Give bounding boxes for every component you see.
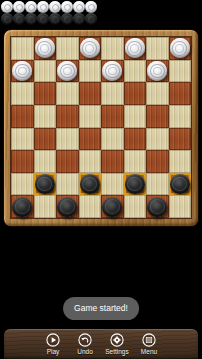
square-r8c3[interactable] [56, 195, 79, 218]
square-r1c3[interactable] [56, 37, 79, 60]
square-r5c3[interactable] [56, 128, 79, 151]
square-r2c8[interactable] [169, 60, 192, 83]
square-r2c7[interactable] [146, 60, 169, 83]
black-piece[interactable] [170, 174, 190, 194]
square-r1c7[interactable] [146, 37, 169, 60]
square-r2c4[interactable] [79, 60, 102, 83]
square-r1c4[interactable] [79, 37, 102, 60]
play-button[interactable]: Play [38, 333, 69, 356]
tray-black-piece [1, 13, 13, 25]
square-r5c6[interactable] [124, 128, 147, 151]
undo-button[interactable]: Undo [70, 333, 101, 356]
square-r5c2[interactable] [34, 128, 57, 151]
toolbar-button-label: Undo [77, 348, 93, 356]
tray-black-piece [13, 13, 25, 25]
square-r3c8[interactable] [169, 82, 192, 105]
white-piece[interactable] [80, 38, 100, 58]
toolbar-button-label: Menu [141, 348, 157, 356]
black-piece[interactable] [80, 174, 100, 194]
square-r4c1[interactable] [11, 105, 34, 128]
tray-white-piece [37, 1, 49, 13]
black-piece[interactable] [147, 197, 167, 217]
tray-black-piece [73, 13, 85, 25]
square-r5c1[interactable] [11, 128, 34, 151]
white-piece[interactable] [102, 61, 122, 81]
tray-white-piece [85, 1, 97, 13]
bottom-toolbar: PlayUndoSettingsMenu [4, 329, 198, 359]
tray-white-piece [13, 1, 25, 13]
tray-white-piece [61, 1, 73, 13]
white-piece[interactable] [12, 61, 32, 81]
square-r4c4[interactable] [79, 105, 102, 128]
square-r1c8[interactable] [169, 37, 192, 60]
square-r6c2[interactable] [34, 150, 57, 173]
square-r5c5[interactable] [101, 128, 124, 151]
app-screen: Game started! PlayUndoSettingsMenu [0, 0, 202, 359]
square-r6c4[interactable] [79, 150, 102, 173]
tray-black-piece [85, 13, 97, 25]
white-piece[interactable] [57, 61, 77, 81]
square-r6c6[interactable] [124, 150, 147, 173]
white-piece[interactable] [170, 38, 190, 58]
square-r7c5[interactable] [101, 173, 124, 196]
white-piece[interactable] [147, 61, 167, 81]
square-r8c5[interactable] [101, 195, 124, 218]
square-r4c6[interactable] [124, 105, 147, 128]
square-r8c7[interactable] [146, 195, 169, 218]
square-r6c1[interactable] [11, 150, 34, 173]
black-piece[interactable] [12, 197, 32, 217]
settings-button[interactable]: Settings [102, 333, 133, 356]
square-r8c6[interactable] [124, 195, 147, 218]
square-r8c1[interactable] [11, 195, 34, 218]
square-r7c4[interactable] [79, 173, 102, 196]
toolbar-button-label: Play [47, 348, 60, 356]
square-r6c7[interactable] [146, 150, 169, 173]
white-pieces-tray [1, 1, 97, 13]
settings-icon [110, 333, 124, 347]
board-grid [11, 37, 191, 218]
square-r5c7[interactable] [146, 128, 169, 151]
square-r2c6[interactable] [124, 60, 147, 83]
square-r2c5[interactable] [101, 60, 124, 83]
black-piece[interactable] [102, 197, 122, 217]
menu-icon [142, 333, 156, 347]
square-r1c1[interactable] [11, 37, 34, 60]
square-r3c5[interactable] [101, 82, 124, 105]
play-icon [46, 333, 60, 347]
tray-black-piece [37, 13, 49, 25]
square-r3c3[interactable] [56, 82, 79, 105]
black-pieces-tray [1, 13, 97, 25]
square-r7c6[interactable] [124, 173, 147, 196]
square-r6c5[interactable] [101, 150, 124, 173]
square-r4c8[interactable] [169, 105, 192, 128]
square-r5c8[interactable] [169, 128, 192, 151]
black-piece[interactable] [57, 197, 77, 217]
tray-white-piece [73, 1, 85, 13]
white-piece[interactable] [125, 38, 145, 58]
square-r3c2[interactable] [34, 82, 57, 105]
square-r4c5[interactable] [101, 105, 124, 128]
square-r7c7[interactable] [146, 173, 169, 196]
square-r2c3[interactable] [56, 60, 79, 83]
square-r8c4[interactable] [79, 195, 102, 218]
square-r7c1[interactable] [11, 173, 34, 196]
square-r7c3[interactable] [56, 173, 79, 196]
square-r2c2[interactable] [34, 60, 57, 83]
square-r4c2[interactable] [34, 105, 57, 128]
tray-black-piece [49, 13, 61, 25]
square-r8c2[interactable] [34, 195, 57, 218]
square-r8c8[interactable] [169, 195, 192, 218]
toast-message: Game started! [63, 297, 139, 320]
square-r6c3[interactable] [56, 150, 79, 173]
square-r1c5[interactable] [101, 37, 124, 60]
square-r5c4[interactable] [79, 128, 102, 151]
square-r4c3[interactable] [56, 105, 79, 128]
tray-white-piece [25, 1, 37, 13]
square-r3c7[interactable] [146, 82, 169, 105]
tray-white-piece [49, 1, 61, 13]
square-r7c2[interactable] [34, 173, 57, 196]
square-r4c7[interactable] [146, 105, 169, 128]
square-r3c6[interactable] [124, 82, 147, 105]
black-piece[interactable] [125, 174, 145, 194]
square-r3c4[interactable] [79, 82, 102, 105]
tray-white-piece [1, 1, 13, 13]
square-r1c2[interactable] [34, 37, 57, 60]
tray-black-piece [61, 13, 73, 25]
tray-black-piece [25, 13, 37, 25]
square-r6c8[interactable] [169, 150, 192, 173]
menu-button[interactable]: Menu [134, 333, 165, 356]
white-piece[interactable] [35, 38, 55, 58]
square-r3c1[interactable] [11, 82, 34, 105]
square-r2c1[interactable] [11, 60, 34, 83]
black-piece[interactable] [35, 174, 55, 194]
square-r7c8[interactable] [169, 173, 192, 196]
square-r1c6[interactable] [124, 37, 147, 60]
checkers-board [3, 29, 199, 227]
toolbar-button-label: Settings [105, 348, 129, 356]
undo-icon [78, 333, 92, 347]
